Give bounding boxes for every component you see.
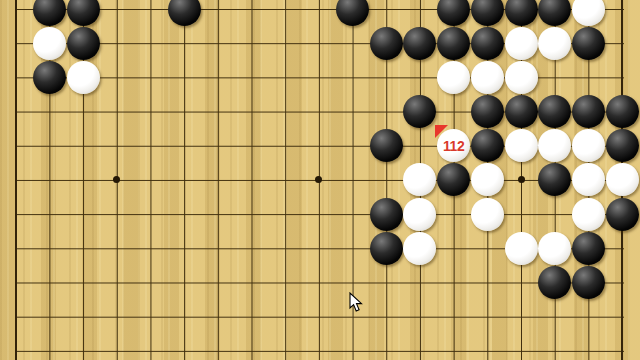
star-point — [518, 176, 525, 183]
board-intersection[interactable] — [605, 231, 639, 265]
board-intersection[interactable] — [134, 94, 168, 128]
board-intersection[interactable] — [33, 0, 67, 26]
board-intersection[interactable] — [437, 231, 471, 265]
board-intersection[interactable] — [100, 300, 134, 334]
board-intersection[interactable] — [470, 265, 504, 299]
board-intersection[interactable] — [538, 60, 572, 94]
board-intersection[interactable] — [605, 129, 639, 163]
black-stone — [370, 27, 403, 60]
board-intersection[interactable] — [201, 60, 235, 94]
board-intersection[interactable] — [470, 129, 504, 163]
board-intersection[interactable] — [470, 0, 504, 26]
board-intersection[interactable] — [66, 129, 100, 163]
board-intersection[interactable] — [437, 0, 471, 26]
black-stone — [538, 163, 571, 196]
board-intersection[interactable] — [369, 163, 403, 197]
white-stone — [505, 61, 538, 94]
board-intersection[interactable] — [572, 60, 606, 94]
black-stone — [168, 0, 201, 26]
board-intersection[interactable] — [201, 231, 235, 265]
board-intersection[interactable] — [100, 26, 134, 60]
white-stone — [538, 129, 571, 162]
board-intersection[interactable] — [33, 60, 67, 94]
board-intersection[interactable] — [268, 163, 302, 197]
board-intersection[interactable] — [538, 265, 572, 299]
black-stone — [67, 27, 100, 60]
board-intersection[interactable] — [235, 163, 269, 197]
board-intersection[interactable] — [235, 26, 269, 60]
board-intersection[interactable] — [235, 265, 269, 299]
black-stone — [606, 95, 639, 128]
board-intersection[interactable] — [369, 60, 403, 94]
board-intersection[interactable] — [470, 231, 504, 265]
white-stone — [471, 163, 504, 196]
board-intersection[interactable] — [538, 334, 572, 360]
board-intersection[interactable] — [605, 197, 639, 231]
board-intersection[interactable] — [201, 334, 235, 360]
board-intersection[interactable] — [437, 265, 471, 299]
board-intersection[interactable] — [268, 231, 302, 265]
black-stone — [437, 163, 470, 196]
board-intersection[interactable] — [201, 26, 235, 60]
board-intersection[interactable] — [268, 26, 302, 60]
board-intersection[interactable] — [302, 163, 336, 197]
board-intersection[interactable] — [336, 334, 370, 360]
board-intersection[interactable] — [403, 26, 437, 60]
board-intersection[interactable] — [134, 334, 168, 360]
board-intersection[interactable] — [302, 129, 336, 163]
board-intersection[interactable] — [538, 26, 572, 60]
board-intersection[interactable] — [470, 334, 504, 360]
white-stone — [67, 61, 100, 94]
star-point — [315, 176, 322, 183]
board-intersection[interactable] — [403, 60, 437, 94]
board-intersection[interactable] — [504, 300, 538, 334]
board-intersection[interactable] — [201, 129, 235, 163]
board-intersection[interactable] — [134, 265, 168, 299]
board-intersection[interactable] — [201, 94, 235, 128]
board-intersection[interactable] — [235, 231, 269, 265]
board-intersection[interactable] — [437, 334, 471, 360]
board-intersection[interactable] — [235, 334, 269, 360]
white-stone — [572, 0, 605, 26]
board-intersection[interactable] — [66, 334, 100, 360]
board-intersection[interactable] — [538, 300, 572, 334]
board-intersection[interactable] — [33, 129, 67, 163]
board-intersection[interactable] — [33, 265, 67, 299]
board-intersection[interactable] — [369, 265, 403, 299]
board-intersection[interactable] — [572, 94, 606, 128]
black-stone — [370, 198, 403, 231]
black-stone — [67, 0, 100, 26]
board-intersection[interactable] — [0, 129, 33, 163]
star-point — [113, 176, 120, 183]
white-stone — [572, 129, 605, 162]
board-intersection[interactable] — [504, 129, 538, 163]
black-stone — [572, 232, 605, 265]
board-intersection[interactable] — [538, 197, 572, 231]
board-intersection[interactable] — [572, 231, 606, 265]
board-intersection[interactable] — [470, 60, 504, 94]
white-stone — [471, 61, 504, 94]
board-intersection[interactable] — [268, 129, 302, 163]
board-intersection[interactable] — [572, 334, 606, 360]
board-intersection[interactable] — [100, 60, 134, 94]
board-intersection[interactable] — [235, 94, 269, 128]
board-intersection[interactable] — [336, 94, 370, 128]
board-intersection[interactable] — [66, 231, 100, 265]
black-stone — [33, 61, 66, 94]
white-stone — [471, 198, 504, 231]
black-stone — [370, 232, 403, 265]
board-intersection[interactable] — [66, 265, 100, 299]
white-stone — [403, 198, 436, 231]
board-intersection[interactable] — [33, 26, 67, 60]
go-board[interactable]: 112 — [0, 0, 639, 360]
last-move-stone: 112 — [437, 129, 470, 162]
board-intersection[interactable] — [201, 300, 235, 334]
board-intersection[interactable] — [66, 60, 100, 94]
black-stone — [471, 129, 504, 162]
board-intersection[interactable] — [0, 26, 33, 60]
black-stone — [538, 95, 571, 128]
board-intersection[interactable] — [302, 26, 336, 60]
board-intersection[interactable] — [0, 0, 33, 26]
board-intersection[interactable] — [134, 0, 168, 26]
board-intersection[interactable] — [100, 231, 134, 265]
board-intersection[interactable] — [336, 0, 370, 26]
board-intersection[interactable] — [0, 94, 33, 128]
board-intersection[interactable] — [538, 94, 572, 128]
white-stone — [538, 232, 571, 265]
board-intersection[interactable] — [201, 197, 235, 231]
board-intersection[interactable] — [336, 163, 370, 197]
board-intersection[interactable] — [605, 163, 639, 197]
board-intersection[interactable] — [167, 197, 201, 231]
board-intersection[interactable] — [201, 0, 235, 26]
board-intersection[interactable] — [437, 163, 471, 197]
board-intersection[interactable] — [33, 163, 67, 197]
board-intersection[interactable] — [33, 94, 67, 128]
board-intersection[interactable] — [403, 334, 437, 360]
board-intersection[interactable] — [100, 94, 134, 128]
board-intersection[interactable] — [0, 334, 33, 360]
white-stone — [437, 61, 470, 94]
board-intersection[interactable] — [100, 265, 134, 299]
board-intersection[interactable] — [0, 197, 33, 231]
board-intersection[interactable] — [167, 334, 201, 360]
board-intersection[interactable] — [369, 26, 403, 60]
board-intersection[interactable] — [33, 300, 67, 334]
board-intersection[interactable] — [302, 334, 336, 360]
go-app-window: 112 — [0, 0, 640, 360]
board-intersection[interactable] — [336, 129, 370, 163]
board-intersection[interactable] — [235, 197, 269, 231]
board-intersection[interactable] — [369, 129, 403, 163]
board-intersection[interactable] — [403, 94, 437, 128]
board-intersection[interactable] — [167, 94, 201, 128]
board-intersection[interactable] — [605, 94, 639, 128]
black-stone — [538, 0, 571, 26]
board-intersection[interactable] — [235, 60, 269, 94]
board-intersection[interactable] — [302, 0, 336, 26]
board-intersection[interactable] — [33, 334, 67, 360]
board-intersection[interactable] — [100, 0, 134, 26]
board-intersection[interactable] — [134, 231, 168, 265]
board-intersection[interactable] — [0, 231, 33, 265]
white-stone — [572, 163, 605, 196]
board-intersection[interactable] — [167, 129, 201, 163]
move-number-label: 112 — [437, 129, 470, 162]
board-intersection[interactable] — [66, 197, 100, 231]
board-intersection[interactable] — [437, 26, 471, 60]
board-intersection[interactable] — [605, 26, 639, 60]
board-intersection[interactable] — [268, 334, 302, 360]
board-intersection[interactable] — [403, 129, 437, 163]
board-intersection[interactable] — [268, 197, 302, 231]
board-intersection[interactable] — [66, 300, 100, 334]
white-stone — [538, 27, 571, 60]
black-stone — [572, 27, 605, 60]
board-intersection[interactable] — [403, 300, 437, 334]
board-intersection[interactable] — [504, 163, 538, 197]
board-intersection[interactable] — [504, 94, 538, 128]
board-intersection[interactable] — [66, 94, 100, 128]
board-intersection[interactable] — [369, 197, 403, 231]
board-intersection[interactable] — [403, 231, 437, 265]
board-intersection[interactable] — [369, 300, 403, 334]
board-intersection[interactable] — [302, 300, 336, 334]
mouse-cursor-icon — [349, 292, 363, 313]
board-intersection[interactable] — [437, 300, 471, 334]
black-stone — [538, 266, 571, 299]
black-stone — [403, 27, 436, 60]
white-stone — [572, 198, 605, 231]
board-intersection[interactable] — [504, 231, 538, 265]
board-intersection[interactable] — [605, 265, 639, 299]
board-intersection[interactable] — [572, 197, 606, 231]
board-intersection[interactable] — [437, 60, 471, 94]
board-intersection[interactable] — [572, 300, 606, 334]
board-intersection[interactable] — [100, 197, 134, 231]
black-stone — [505, 95, 538, 128]
board-intersection[interactable] — [605, 300, 639, 334]
board-intersection[interactable] — [302, 231, 336, 265]
board-intersection[interactable] — [302, 60, 336, 94]
board-intersection[interactable] — [66, 163, 100, 197]
board-intersection[interactable] — [134, 197, 168, 231]
board-intersection[interactable] — [302, 197, 336, 231]
board-intersection[interactable] — [504, 334, 538, 360]
board-intersection[interactable] — [538, 129, 572, 163]
board-intersection[interactable] — [167, 231, 201, 265]
board-intersection[interactable] — [167, 265, 201, 299]
board-intersection[interactable] — [470, 26, 504, 60]
black-stone — [370, 129, 403, 162]
white-stone — [606, 163, 639, 196]
white-stone — [505, 232, 538, 265]
white-stone — [403, 163, 436, 196]
board-intersection[interactable] — [33, 231, 67, 265]
board-intersection[interactable] — [167, 0, 201, 26]
board-intersection[interactable] — [100, 334, 134, 360]
board-intersection[interactable] — [134, 300, 168, 334]
board-intersection[interactable] — [134, 60, 168, 94]
board-intersection[interactable] — [504, 265, 538, 299]
board-intersection[interactable] — [470, 94, 504, 128]
black-stone — [471, 0, 504, 26]
board-intersection[interactable] — [66, 0, 100, 26]
board-intersection[interactable]: 112 — [437, 129, 471, 163]
board-intersection[interactable] — [0, 163, 33, 197]
white-stone — [403, 232, 436, 265]
board-intersection[interactable] — [33, 197, 67, 231]
board-intersection[interactable] — [504, 60, 538, 94]
board-intersection[interactable] — [336, 26, 370, 60]
black-stone — [572, 95, 605, 128]
black-stone — [437, 0, 470, 26]
board-intersection[interactable] — [538, 0, 572, 26]
black-stone — [33, 0, 66, 26]
board-intersection[interactable] — [504, 0, 538, 26]
black-stone — [606, 198, 639, 231]
board-intersection[interactable] — [605, 60, 639, 94]
board-intersection[interactable] — [504, 197, 538, 231]
black-stone — [471, 27, 504, 60]
board-intersection[interactable] — [605, 334, 639, 360]
board-intersection[interactable] — [268, 0, 302, 26]
board-intersection[interactable] — [0, 265, 33, 299]
board-intersection[interactable] — [369, 231, 403, 265]
board-intersection[interactable] — [336, 60, 370, 94]
board-intersection[interactable] — [538, 163, 572, 197]
board-intersection[interactable] — [0, 300, 33, 334]
board-intersection[interactable] — [167, 60, 201, 94]
board-intersection[interactable] — [470, 197, 504, 231]
board-intersection[interactable] — [572, 0, 606, 26]
board-intersection[interactable] — [268, 300, 302, 334]
board-intersection[interactable] — [572, 163, 606, 197]
board-intersection[interactable] — [66, 26, 100, 60]
board-intersection[interactable] — [201, 265, 235, 299]
board-intersection[interactable] — [268, 60, 302, 94]
board-intersection[interactable] — [167, 300, 201, 334]
white-stone — [505, 27, 538, 60]
board-intersection[interactable] — [235, 300, 269, 334]
board-intersection[interactable] — [437, 94, 471, 128]
board-intersection[interactable] — [268, 94, 302, 128]
black-stone — [403, 95, 436, 128]
board-intersection[interactable] — [336, 231, 370, 265]
board-intersection[interactable] — [268, 265, 302, 299]
black-stone — [505, 0, 538, 26]
board-intersection[interactable] — [134, 26, 168, 60]
white-stone — [505, 129, 538, 162]
board-intersection[interactable] — [403, 265, 437, 299]
board-intersection[interactable] — [538, 231, 572, 265]
board-intersection[interactable] — [403, 0, 437, 26]
board-intersection[interactable] — [403, 163, 437, 197]
board-intersection[interactable] — [369, 94, 403, 128]
board-intersection[interactable] — [0, 60, 33, 94]
board-intersection[interactable] — [470, 163, 504, 197]
board-intersection[interactable] — [572, 129, 606, 163]
board-intersection[interactable] — [302, 265, 336, 299]
board-intersection[interactable] — [369, 334, 403, 360]
board-intersection[interactable] — [100, 129, 134, 163]
white-stone — [33, 27, 66, 60]
board-intersection[interactable] — [134, 163, 168, 197]
board-intersection[interactable] — [201, 163, 235, 197]
board-intersection[interactable] — [302, 94, 336, 128]
board-intersection[interactable] — [572, 265, 606, 299]
board-intersection[interactable] — [504, 26, 538, 60]
black-stone — [336, 0, 369, 26]
board-intersection[interactable] — [235, 129, 269, 163]
black-stone — [437, 27, 470, 60]
board-intersection[interactable] — [403, 197, 437, 231]
board-intersection[interactable] — [235, 0, 269, 26]
black-stone — [606, 129, 639, 162]
board-intersection[interactable] — [437, 197, 471, 231]
board-intersection[interactable] — [470, 300, 504, 334]
board-intersection[interactable] — [134, 129, 168, 163]
board-intersection[interactable] — [369, 0, 403, 26]
board-intersection[interactable] — [336, 197, 370, 231]
board-intersection[interactable] — [572, 26, 606, 60]
board-intersection[interactable] — [100, 163, 134, 197]
board-intersection[interactable] — [167, 26, 201, 60]
board-intersection[interactable] — [605, 0, 639, 26]
black-stone — [572, 266, 605, 299]
black-stone — [471, 95, 504, 128]
board-intersection[interactable] — [167, 163, 201, 197]
